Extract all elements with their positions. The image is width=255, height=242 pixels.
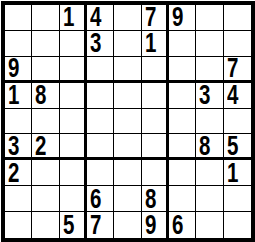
given-digit: 8 bbox=[35, 83, 46, 109]
cell-r9c5[interactable] bbox=[114, 212, 141, 238]
cell-r8c7[interactable] bbox=[169, 186, 196, 212]
cell-r6c7[interactable] bbox=[169, 134, 196, 160]
cell-r7c8[interactable] bbox=[196, 160, 223, 186]
cell-r3c8[interactable] bbox=[196, 57, 223, 83]
cell-r5c4[interactable] bbox=[87, 109, 114, 135]
cell-r2c1[interactable] bbox=[5, 31, 32, 57]
cell-r1c1[interactable] bbox=[5, 5, 32, 31]
cell-r4c6[interactable] bbox=[142, 83, 169, 109]
cell-r3c4[interactable] bbox=[87, 57, 114, 83]
given-digit: 3 bbox=[90, 31, 101, 57]
given-digit: 1 bbox=[63, 5, 74, 31]
cell-r3c5[interactable] bbox=[114, 57, 141, 83]
cell-r8c1[interactable] bbox=[5, 186, 32, 212]
given-digit: 8 bbox=[199, 134, 210, 159]
cell-r2c3[interactable] bbox=[60, 31, 87, 57]
given-digit: 3 bbox=[8, 134, 19, 159]
given-digit: 4 bbox=[90, 5, 101, 31]
cell-r5c8[interactable] bbox=[196, 109, 223, 135]
cell-r2c6[interactable]: 1 bbox=[142, 31, 169, 57]
cell-r6c3[interactable] bbox=[60, 134, 87, 160]
given-digit: 7 bbox=[145, 5, 156, 31]
cell-r2c4[interactable]: 3 bbox=[87, 31, 114, 57]
cell-r2c8[interactable] bbox=[196, 31, 223, 57]
cell-r7c2[interactable] bbox=[32, 160, 59, 186]
cell-r1c7[interactable]: 9 bbox=[169, 5, 196, 31]
cell-r4c4[interactable] bbox=[87, 83, 114, 109]
cell-r6c8[interactable]: 8 bbox=[196, 134, 223, 160]
cell-r5c6[interactable] bbox=[142, 109, 169, 135]
cell-r4c1[interactable]: 1 bbox=[5, 83, 32, 109]
cell-r1c2[interactable] bbox=[32, 5, 59, 31]
cell-r7c5[interactable] bbox=[114, 160, 141, 186]
cell-r9c9[interactable] bbox=[224, 212, 251, 238]
cell-r3c6[interactable] bbox=[142, 57, 169, 83]
sudoku-page: 147931971834328521685796 bbox=[0, 0, 255, 242]
cell-r4c9[interactable]: 4 bbox=[224, 83, 251, 109]
cell-r8c8[interactable] bbox=[196, 186, 223, 212]
cell-r3c1[interactable]: 9 bbox=[5, 57, 32, 83]
cell-r4c3[interactable] bbox=[60, 83, 87, 109]
cell-r9c2[interactable] bbox=[32, 212, 59, 238]
cell-r4c5[interactable] bbox=[114, 83, 141, 109]
cell-r4c7[interactable] bbox=[169, 83, 196, 109]
given-digit: 1 bbox=[145, 31, 156, 57]
cell-r6c9[interactable]: 5 bbox=[224, 134, 251, 160]
cell-r7c6[interactable] bbox=[142, 160, 169, 186]
given-digit: 9 bbox=[8, 57, 19, 82]
cell-r8c5[interactable] bbox=[114, 186, 141, 212]
given-digit: 5 bbox=[63, 212, 74, 238]
cell-r7c4[interactable] bbox=[87, 160, 114, 186]
given-digit: 3 bbox=[199, 83, 210, 109]
cell-r7c9[interactable]: 1 bbox=[224, 160, 251, 186]
cell-r8c4[interactable]: 6 bbox=[87, 186, 114, 212]
cell-r5c7[interactable] bbox=[169, 109, 196, 135]
cell-r1c9[interactable] bbox=[224, 5, 251, 31]
cell-r1c8[interactable] bbox=[196, 5, 223, 31]
cell-r8c2[interactable] bbox=[32, 186, 59, 212]
cell-r6c5[interactable] bbox=[114, 134, 141, 160]
cell-r9c4[interactable]: 7 bbox=[87, 212, 114, 238]
cell-r8c6[interactable]: 8 bbox=[142, 186, 169, 212]
cell-r2c2[interactable] bbox=[32, 31, 59, 57]
cell-r4c8[interactable]: 3 bbox=[196, 83, 223, 109]
given-digit: 2 bbox=[8, 160, 19, 186]
cell-r9c6[interactable]: 9 bbox=[142, 212, 169, 238]
given-digit: 7 bbox=[90, 212, 101, 238]
given-digit: 9 bbox=[172, 5, 183, 31]
cell-r5c3[interactable] bbox=[60, 109, 87, 135]
cell-r7c1[interactable]: 2 bbox=[5, 160, 32, 186]
cell-r3c2[interactable] bbox=[32, 57, 59, 83]
given-digit: 6 bbox=[90, 186, 101, 212]
cell-r8c3[interactable] bbox=[60, 186, 87, 212]
cell-r6c6[interactable] bbox=[142, 134, 169, 160]
cell-r2c9[interactable] bbox=[224, 31, 251, 57]
cell-r1c5[interactable] bbox=[114, 5, 141, 31]
cell-r3c9[interactable]: 7 bbox=[224, 57, 251, 83]
cell-r9c7[interactable]: 6 bbox=[169, 212, 196, 238]
cell-r6c2[interactable]: 2 bbox=[32, 134, 59, 160]
given-digit: 4 bbox=[227, 83, 238, 109]
cell-r5c1[interactable] bbox=[5, 109, 32, 135]
given-digit: 5 bbox=[227, 134, 238, 159]
cell-r1c6[interactable]: 7 bbox=[142, 5, 169, 31]
cell-r5c5[interactable] bbox=[114, 109, 141, 135]
cell-r5c2[interactable] bbox=[32, 109, 59, 135]
cell-r7c3[interactable] bbox=[60, 160, 87, 186]
sudoku-board: 147931971834328521685796 bbox=[1, 1, 255, 242]
cell-r3c3[interactable] bbox=[60, 57, 87, 83]
cell-r9c1[interactable] bbox=[5, 212, 32, 238]
cell-r9c8[interactable] bbox=[196, 212, 223, 238]
given-digit: 9 bbox=[145, 212, 156, 238]
given-digit: 7 bbox=[227, 57, 238, 82]
cell-r6c4[interactable] bbox=[87, 134, 114, 160]
given-digit: 6 bbox=[172, 212, 183, 238]
cell-r9c3[interactable]: 5 bbox=[60, 212, 87, 238]
given-digit: 2 bbox=[35, 134, 46, 159]
given-digit: 1 bbox=[8, 83, 19, 109]
given-digit: 8 bbox=[145, 186, 156, 212]
cell-r1c4[interactable]: 4 bbox=[87, 5, 114, 31]
cell-r4c2[interactable]: 8 bbox=[32, 83, 59, 109]
cell-r5c9[interactable] bbox=[224, 109, 251, 135]
cell-r2c5[interactable] bbox=[114, 31, 141, 57]
cell-r2c7[interactable] bbox=[169, 31, 196, 57]
cell-r6c1[interactable]: 3 bbox=[5, 134, 32, 160]
cell-r1c3[interactable]: 1 bbox=[60, 5, 87, 31]
cell-r7c7[interactable] bbox=[169, 160, 196, 186]
cell-r3c7[interactable] bbox=[169, 57, 196, 83]
cell-r8c9[interactable] bbox=[224, 186, 251, 212]
given-digit: 1 bbox=[227, 160, 238, 186]
